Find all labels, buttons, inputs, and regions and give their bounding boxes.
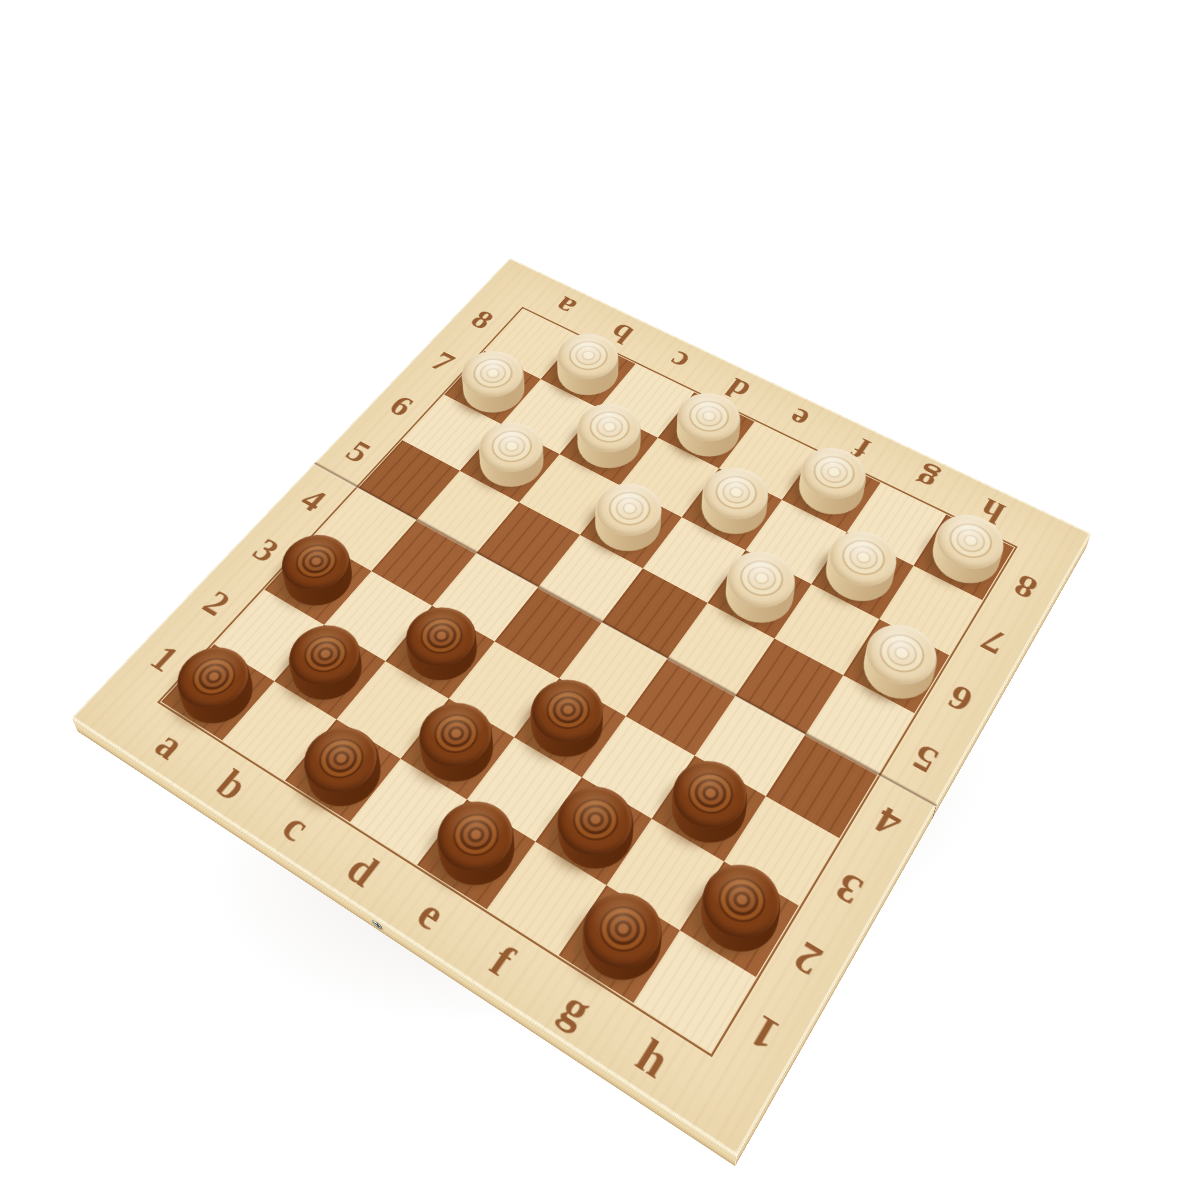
square-f4[interactable] (626, 658, 736, 755)
scene: 87654321 87654321 abcdefgh abcdefgh (0, 0, 1192, 1192)
checkers-board: 87654321 87654321 abcdefgh abcdefgh (72, 258, 1091, 1156)
product-photo-canvas: 87654321 87654321 abcdefgh abcdefgh (0, 0, 1192, 1192)
